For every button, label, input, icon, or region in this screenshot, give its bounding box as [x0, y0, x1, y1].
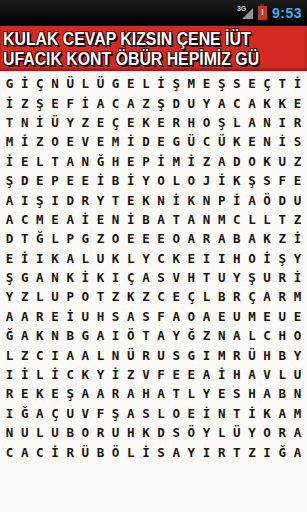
grid-cell-r13c11[interactable]: F — [153, 307, 168, 326]
grid-cell-r5c17[interactable]: O — [244, 152, 259, 171]
grid-cell-r13c10[interactable]: S — [138, 307, 153, 326]
grid-cell-r2c1[interactable]: İ — [2, 93, 17, 112]
grid-cell-r19c11[interactable]: D — [153, 423, 168, 442]
grid-cell-r13c18[interactable]: E — [260, 307, 275, 326]
grid-cell-r13c19[interactable]: U — [275, 307, 290, 326]
grid-cell-r20c10[interactable]: İ — [138, 442, 153, 461]
grid-cell-r8c2[interactable]: C — [17, 210, 32, 229]
grid-cell-r2c6[interactable]: İ — [78, 93, 93, 112]
grid-cell-r1c14[interactable]: E — [199, 74, 214, 93]
grid-cell-r10c12[interactable]: K — [169, 249, 184, 268]
grid-cell-r9c6[interactable]: G — [78, 229, 93, 248]
grid-cell-r10c2[interactable]: İ — [17, 249, 32, 268]
grid-cell-r11c2[interactable]: G — [17, 268, 32, 287]
grid-cell-r4c18[interactable]: N — [260, 132, 275, 151]
grid-cell-r14c19[interactable]: H — [275, 326, 290, 345]
grid-cell-r6c3[interactable]: E — [32, 171, 47, 190]
grid-cell-r8c6[interactable]: İ — [78, 210, 93, 229]
grid-cell-r20c12[interactable]: A — [169, 442, 184, 461]
grid-cell-r13c16[interactable]: U — [229, 307, 244, 326]
grid-cell-r1c16[interactable]: S — [229, 74, 244, 93]
grid-cell-r2c14[interactable]: Y — [199, 93, 214, 112]
grid-cell-r5c7[interactable]: Ğ — [93, 152, 108, 171]
grid-cell-r17c2[interactable]: E — [17, 384, 32, 403]
grid-cell-r19c15[interactable]: L — [214, 423, 229, 442]
grid-cell-r13c9[interactable]: A — [123, 307, 138, 326]
grid-cell-r18c12[interactable]: O — [169, 404, 184, 423]
grid-cell-r14c9[interactable]: Ö — [123, 326, 138, 345]
grid-cell-r12c16[interactable]: R — [229, 287, 244, 306]
grid-cell-r19c3[interactable]: L — [32, 423, 47, 442]
grid-cell-r10c14[interactable]: I — [199, 249, 214, 268]
grid-cell-r11c16[interactable]: Y — [229, 268, 244, 287]
grid-cell-r2c2[interactable]: Z — [17, 93, 32, 112]
grid-cell-r2c11[interactable]: Ş — [153, 93, 168, 112]
grid-cell-r6c1[interactable]: Ş — [2, 171, 17, 190]
grid-cell-r10c20[interactable]: Y — [290, 249, 305, 268]
grid-cell-r20c8[interactable]: Ö — [108, 442, 123, 461]
grid-cell-r12c15[interactable]: B — [214, 287, 229, 306]
grid-cell-r11c9[interactable]: Ç — [123, 268, 138, 287]
grid-cell-r1c6[interactable]: L — [78, 74, 93, 93]
grid-cell-r15c17[interactable]: Ü — [244, 345, 259, 364]
grid-cell-r12c18[interactable]: A — [260, 287, 275, 306]
grid-cell-r9c7[interactable]: Z — [93, 229, 108, 248]
grid-cell-r13c13[interactable]: O — [184, 307, 199, 326]
grid-cell-r6c17[interactable]: Ş — [244, 171, 259, 190]
grid-cell-r11c5[interactable]: K — [63, 268, 78, 287]
grid-cell-r13c6[interactable]: U — [78, 307, 93, 326]
grid-cell-r17c9[interactable]: A — [123, 384, 138, 403]
grid-cell-r10c6[interactable]: L — [78, 249, 93, 268]
grid-cell-r3c11[interactable]: E — [153, 113, 168, 132]
grid-cell-r13c12[interactable]: A — [169, 307, 184, 326]
grid-cell-r9c13[interactable]: A — [184, 229, 199, 248]
grid-cell-r3c15[interactable]: Ş — [214, 113, 229, 132]
grid-cell-r18c13[interactable]: E — [184, 404, 199, 423]
grid-cell-r3c10[interactable]: K — [138, 113, 153, 132]
grid-cell-r5c13[interactable]: İ — [184, 152, 199, 171]
grid-cell-r14c17[interactable]: L — [244, 326, 259, 345]
grid-cell-r12c13[interactable]: Ç — [184, 287, 199, 306]
grid-cell-r1c12[interactable]: Ş — [169, 74, 184, 93]
grid-cell-r9c11[interactable]: E — [153, 229, 168, 248]
grid-cell-r15c10[interactable]: R — [138, 345, 153, 364]
grid-cell-r7c9[interactable]: E — [123, 190, 138, 209]
grid-cell-r8c11[interactable]: A — [153, 210, 168, 229]
grid-cell-r9c10[interactable]: E — [138, 229, 153, 248]
grid-cell-r4c16[interactable]: K — [229, 132, 244, 151]
grid-cell-r2c19[interactable]: K — [275, 93, 290, 112]
grid-cell-r9c3[interactable]: Ğ — [32, 229, 47, 248]
grid-cell-r3c6[interactable]: Z — [78, 113, 93, 132]
grid-cell-r8c4[interactable]: E — [47, 210, 62, 229]
grid-cell-r8c9[interactable]: İ — [123, 210, 138, 229]
grid-cell-r7c1[interactable]: A — [2, 190, 17, 209]
grid-cell-r19c17[interactable]: Y — [244, 423, 259, 442]
grid-cell-r10c16[interactable]: H — [229, 249, 244, 268]
grid-cell-r1c8[interactable]: G — [108, 74, 123, 93]
grid-cell-r17c14[interactable]: Y — [199, 384, 214, 403]
grid-cell-r13c17[interactable]: M — [244, 307, 259, 326]
grid-cell-r2c20[interactable]: E — [290, 93, 305, 112]
grid-cell-r15c3[interactable]: C — [32, 345, 47, 364]
grid-cell-r17c20[interactable]: N — [290, 384, 305, 403]
grid-cell-r5c1[interactable]: İ — [2, 152, 17, 171]
grid-cell-r7c19[interactable]: D — [275, 190, 290, 209]
grid-cell-r6c20[interactable]: E — [290, 171, 305, 190]
grid-cell-r13c20[interactable]: E — [290, 307, 305, 326]
grid-cell-r1c4[interactable]: N — [47, 74, 62, 93]
grid-cell-r11c14[interactable]: T — [199, 268, 214, 287]
grid-cell-r17c7[interactable]: A — [93, 384, 108, 403]
grid-cell-r20c18[interactable]: I — [260, 442, 275, 461]
grid-cell-r8c17[interactable]: L — [244, 210, 259, 229]
grid-cell-r16c12[interactable]: E — [169, 365, 184, 384]
grid-cell-r20c19[interactable]: Ğ — [275, 442, 290, 461]
grid-cell-r18c10[interactable]: S — [138, 404, 153, 423]
grid-cell-r8c14[interactable]: N — [199, 210, 214, 229]
grid-cell-r18c16[interactable]: T — [229, 404, 244, 423]
grid-cell-r18c1[interactable]: I — [2, 404, 17, 423]
grid-cell-r17c12[interactable]: T — [169, 384, 184, 403]
grid-cell-r6c8[interactable]: B — [108, 171, 123, 190]
grid-cell-r18c3[interactable]: A — [32, 404, 47, 423]
grid-cell-r11c15[interactable]: U — [214, 268, 229, 287]
grid-cell-r19c14[interactable]: Y — [199, 423, 214, 442]
grid-cell-r11c19[interactable]: R — [275, 268, 290, 287]
grid-cell-r16c7[interactable]: Y — [93, 365, 108, 384]
grid-cell-r10c9[interactable]: L — [123, 249, 138, 268]
grid-cell-r16c6[interactable]: K — [78, 365, 93, 384]
grid-cell-r8c15[interactable]: M — [214, 210, 229, 229]
grid-cell-r16c5[interactable]: C — [63, 365, 78, 384]
grid-cell-r18c2[interactable]: Ğ — [17, 404, 32, 423]
grid-cell-r10c7[interactable]: U — [93, 249, 108, 268]
grid-cell-r7c4[interactable]: I — [47, 190, 62, 209]
grid-cell-r17c13[interactable]: L — [184, 384, 199, 403]
grid-cell-r14c11[interactable]: A — [153, 326, 168, 345]
grid-cell-r1c7[interactable]: Ü — [93, 74, 108, 93]
grid-cell-r5c12[interactable]: M — [169, 152, 184, 171]
grid-cell-r6c15[interactable]: İ — [214, 171, 229, 190]
grid-cell-r12c20[interactable]: M — [290, 287, 305, 306]
grid-cell-r20c4[interactable]: İ — [47, 442, 62, 461]
grid-cell-r19c18[interactable]: O — [260, 423, 275, 442]
grid-cell-r15c16[interactable]: R — [229, 345, 244, 364]
grid-cell-r4c15[interactable]: Ü — [214, 132, 229, 151]
grid-cell-r14c2[interactable]: A — [17, 326, 32, 345]
grid-cell-r7c6[interactable]: R — [78, 190, 93, 209]
grid-cell-r20c13[interactable]: Y — [184, 442, 199, 461]
grid-cell-r15c6[interactable]: A — [78, 345, 93, 364]
grid-cell-r19c19[interactable]: R — [275, 423, 290, 442]
grid-cell-r6c19[interactable]: F — [275, 171, 290, 190]
grid-cell-r15c1[interactable]: L — [2, 345, 17, 364]
grid-cell-r13c4[interactable]: E — [47, 307, 62, 326]
grid-cell-r2c13[interactable]: U — [184, 93, 199, 112]
grid-cell-r11c8[interactable]: I — [108, 268, 123, 287]
grid-cell-r17c5[interactable]: Ş — [63, 384, 78, 403]
grid-cell-r11c17[interactable]: Ş — [244, 268, 259, 287]
grid-cell-r12c12[interactable]: E — [169, 287, 184, 306]
grid-cell-r17c6[interactable]: A — [78, 384, 93, 403]
grid-cell-r4c3[interactable]: Z — [32, 132, 47, 151]
grid-cell-r1c17[interactable]: E — [244, 74, 259, 93]
grid-cell-r3c16[interactable]: L — [229, 113, 244, 132]
grid-cell-r16c13[interactable]: E — [184, 365, 199, 384]
grid-cell-r12c9[interactable]: K — [123, 287, 138, 306]
grid-cell-r6c14[interactable]: J — [199, 171, 214, 190]
grid-cell-r15c2[interactable]: Z — [17, 345, 32, 364]
grid-cell-r17c8[interactable]: R — [108, 384, 123, 403]
grid-cell-r8c3[interactable]: M — [32, 210, 47, 229]
grid-cell-r12c8[interactable]: Z — [108, 287, 123, 306]
grid-cell-r7c10[interactable]: K — [138, 190, 153, 209]
grid-cell-r15c12[interactable]: S — [169, 345, 184, 364]
grid-cell-r17c16[interactable]: S — [229, 384, 244, 403]
grid-cell-r14c3[interactable]: K — [32, 326, 47, 345]
grid-cell-r2c12[interactable]: D — [169, 93, 184, 112]
grid-cell-r7c18[interactable]: Ö — [260, 190, 275, 209]
grid-cell-r17c3[interactable]: K — [32, 384, 47, 403]
grid-cell-r5c6[interactable]: N — [78, 152, 93, 171]
grid-cell-r19c6[interactable]: O — [78, 423, 93, 442]
grid-cell-r16c17[interactable]: A — [244, 365, 259, 384]
grid-cell-r7c8[interactable]: T — [108, 190, 123, 209]
grid-cell-r18c15[interactable]: N — [214, 404, 229, 423]
grid-cell-r11c4[interactable]: N — [47, 268, 62, 287]
grid-cell-r18c20[interactable]: M — [290, 404, 305, 423]
grid-cell-r8c8[interactable]: N — [108, 210, 123, 229]
grid-cell-r20c20[interactable]: A — [290, 442, 305, 461]
grid-cell-r4c6[interactable]: V — [78, 132, 93, 151]
grid-cell-r7c12[interactable]: İ — [169, 190, 184, 209]
grid-cell-r6c9[interactable]: İ — [123, 171, 138, 190]
grid-cell-r19c5[interactable]: B — [63, 423, 78, 442]
grid-cell-r5c9[interactable]: E — [123, 152, 138, 171]
grid-cell-r16c14[interactable]: A — [199, 365, 214, 384]
grid-cell-r11c7[interactable]: K — [93, 268, 108, 287]
grid-cell-r19c12[interactable]: S — [169, 423, 184, 442]
grid-cell-r13c14[interactable]: A — [199, 307, 214, 326]
grid-cell-r19c16[interactable]: Ü — [229, 423, 244, 442]
grid-cell-r12c5[interactable]: P — [63, 287, 78, 306]
grid-cell-r3c8[interactable]: Ç — [108, 113, 123, 132]
grid-cell-r12c7[interactable]: T — [93, 287, 108, 306]
grid-cell-r18c17[interactable]: İ — [244, 404, 259, 423]
grid-cell-r1c3[interactable]: Ç — [32, 74, 47, 93]
grid-cell-r20c14[interactable]: I — [199, 442, 214, 461]
grid-cell-r18c6[interactable]: V — [78, 404, 93, 423]
grid-cell-r9c9[interactable]: E — [123, 229, 138, 248]
grid-cell-r5c5[interactable]: A — [63, 152, 78, 171]
grid-cell-r10c8[interactable]: K — [108, 249, 123, 268]
grid-cell-r9c15[interactable]: A — [214, 229, 229, 248]
grid-cell-r1c18[interactable]: Ç — [260, 74, 275, 93]
grid-cell-r8c20[interactable]: Z — [290, 210, 305, 229]
grid-cell-r7c7[interactable]: Y — [93, 190, 108, 209]
grid-cell-r10c13[interactable]: E — [184, 249, 199, 268]
grid-cell-r12c14[interactable]: L — [199, 287, 214, 306]
grid-cell-r16c20[interactable]: U — [290, 365, 305, 384]
grid-cell-r2c16[interactable]: C — [229, 93, 244, 112]
grid-cell-r4c11[interactable]: E — [153, 132, 168, 151]
grid-cell-r20c2[interactable]: A — [17, 442, 32, 461]
grid-cell-r5c11[interactable]: İ — [153, 152, 168, 171]
grid-cell-r15c5[interactable]: A — [63, 345, 78, 364]
grid-cell-r4c20[interactable]: S — [290, 132, 305, 151]
grid-cell-r1c11[interactable]: İ — [153, 74, 168, 93]
grid-cell-r19c10[interactable]: K — [138, 423, 153, 442]
grid-cell-r6c12[interactable]: L — [169, 171, 184, 190]
grid-cell-r15c11[interactable]: U — [153, 345, 168, 364]
grid-cell-r5c10[interactable]: P — [138, 152, 153, 171]
grid-cell-r17c11[interactable]: A — [153, 384, 168, 403]
grid-cell-r14c4[interactable]: N — [47, 326, 62, 345]
grid-cell-r6c10[interactable]: Y — [138, 171, 153, 190]
grid-cell-r8c7[interactable]: E — [93, 210, 108, 229]
letter-grid[interactable]: GİÇNÜLÜGELİŞMEŞSEÇTİİZŞEFİACAZŞDUYACAKKE… — [0, 71, 307, 465]
grid-cell-r9c18[interactable]: K — [260, 229, 275, 248]
grid-cell-r9c2[interactable]: T — [17, 229, 32, 248]
grid-cell-r16c1[interactable]: I — [2, 365, 17, 384]
grid-cell-r6c16[interactable]: K — [229, 171, 244, 190]
grid-cell-r14c20[interactable]: O — [290, 326, 305, 345]
grid-cell-r15c4[interactable]: I — [47, 345, 62, 364]
grid-cell-r3c4[interactable]: Ü — [47, 113, 62, 132]
grid-cell-r14c14[interactable]: Z — [199, 326, 214, 345]
grid-cell-r3c2[interactable]: N — [17, 113, 32, 132]
grid-cell-r18c11[interactable]: L — [153, 404, 168, 423]
grid-cell-r2c3[interactable]: Ş — [32, 93, 47, 112]
grid-cell-r2c10[interactable]: Z — [138, 93, 153, 112]
grid-cell-r14c12[interactable]: Y — [169, 326, 184, 345]
grid-cell-r9c8[interactable]: O — [108, 229, 123, 248]
grid-cell-r13c7[interactable]: H — [93, 307, 108, 326]
grid-cell-r16c15[interactable]: İ — [214, 365, 229, 384]
grid-cell-r4c10[interactable]: D — [138, 132, 153, 151]
grid-cell-r7c17[interactable]: A — [244, 190, 259, 209]
grid-cell-r14c13[interactable]: Ğ — [184, 326, 199, 345]
grid-cell-r4c17[interactable]: E — [244, 132, 259, 151]
grid-cell-r6c7[interactable]: İ — [93, 171, 108, 190]
grid-cell-r16c11[interactable]: F — [153, 365, 168, 384]
grid-cell-r19c4[interactable]: U — [47, 423, 62, 442]
grid-cell-r20c6[interactable]: Ü — [78, 442, 93, 461]
grid-cell-r16c9[interactable]: Z — [123, 365, 138, 384]
grid-cell-r16c3[interactable]: L — [32, 365, 47, 384]
grid-cell-r3c5[interactable]: Y — [63, 113, 78, 132]
grid-cell-r3c1[interactable]: T — [2, 113, 17, 132]
grid-cell-r10c11[interactable]: C — [153, 249, 168, 268]
grid-cell-r11c20[interactable]: İ — [290, 268, 305, 287]
grid-cell-r13c1[interactable]: A — [2, 307, 17, 326]
grid-cell-r14c10[interactable]: T — [138, 326, 153, 345]
grid-cell-r14c15[interactable]: N — [214, 326, 229, 345]
grid-cell-r5c14[interactable]: Z — [199, 152, 214, 171]
grid-cell-r15c8[interactable]: N — [108, 345, 123, 364]
grid-cell-r3c12[interactable]: R — [169, 113, 184, 132]
grid-cell-r17c19[interactable]: B — [275, 384, 290, 403]
grid-cell-r7c15[interactable]: P — [214, 190, 229, 209]
grid-cell-r18c4[interactable]: Ç — [47, 404, 62, 423]
grid-cell-r14c16[interactable]: A — [229, 326, 244, 345]
grid-cell-r12c19[interactable]: R — [275, 287, 290, 306]
grid-cell-r3c3[interactable]: İ — [32, 113, 47, 132]
grid-cell-r8c13[interactable]: A — [184, 210, 199, 229]
grid-cell-r4c7[interactable]: E — [93, 132, 108, 151]
grid-cell-r15c13[interactable]: G — [184, 345, 199, 364]
grid-cell-r20c9[interactable]: L — [123, 442, 138, 461]
grid-cell-r3c17[interactable]: A — [244, 113, 259, 132]
grid-cell-r4c19[interactable]: İ — [275, 132, 290, 151]
grid-cell-r17c1[interactable]: R — [2, 384, 17, 403]
grid-cell-r18c8[interactable]: Ş — [108, 404, 123, 423]
grid-cell-r19c1[interactable]: N — [2, 423, 17, 442]
grid-cell-r15c14[interactable]: I — [199, 345, 214, 364]
grid-cell-r15c20[interactable]: Y — [290, 345, 305, 364]
grid-cell-r15c9[interactable]: Ü — [123, 345, 138, 364]
grid-cell-r7c16[interactable]: İ — [229, 190, 244, 209]
grid-cell-r2c5[interactable]: F — [63, 93, 78, 112]
grid-cell-r4c9[interactable]: İ — [123, 132, 138, 151]
grid-cell-r9c12[interactable]: O — [169, 229, 184, 248]
grid-cell-r18c19[interactable]: A — [275, 404, 290, 423]
grid-cell-r9c19[interactable]: Z — [275, 229, 290, 248]
grid-cell-r8c1[interactable]: A — [2, 210, 17, 229]
grid-cell-r18c5[interactable]: U — [63, 404, 78, 423]
grid-cell-r2c9[interactable]: A — [123, 93, 138, 112]
grid-cell-r5c19[interactable]: U — [275, 152, 290, 171]
grid-cell-r11c18[interactable]: U — [260, 268, 275, 287]
grid-cell-r15c18[interactable]: H — [260, 345, 275, 364]
grid-cell-r5c20[interactable]: Z — [290, 152, 305, 171]
grid-cell-r9c20[interactable]: İ — [290, 229, 305, 248]
grid-cell-r12c10[interactable]: Z — [138, 287, 153, 306]
grid-cell-r1c13[interactable]: M — [184, 74, 199, 93]
grid-cell-r11c10[interactable]: A — [138, 268, 153, 287]
grid-cell-r11c13[interactable]: H — [184, 268, 199, 287]
grid-cell-r4c13[interactable]: Ü — [184, 132, 199, 151]
grid-cell-r12c17[interactable]: Ç — [244, 287, 259, 306]
grid-cell-r2c4[interactable]: E — [47, 93, 62, 112]
grid-cell-r3c20[interactable]: R — [290, 113, 305, 132]
grid-cell-r18c7[interactable]: F — [93, 404, 108, 423]
grid-cell-r15c7[interactable]: L — [93, 345, 108, 364]
grid-cell-r2c17[interactable]: A — [244, 93, 259, 112]
grid-cell-r1c1[interactable]: G — [2, 74, 17, 93]
grid-cell-r11c12[interactable]: V — [169, 268, 184, 287]
grid-cell-r17c18[interactable]: A — [260, 384, 275, 403]
grid-cell-r15c19[interactable]: B — [275, 345, 290, 364]
grid-cell-r7c2[interactable]: I — [17, 190, 32, 209]
grid-cell-r1c20[interactable]: İ — [290, 74, 305, 93]
grid-cell-r3c18[interactable]: N — [260, 113, 275, 132]
grid-cell-r3c14[interactable]: O — [199, 113, 214, 132]
grid-cell-r6c11[interactable]: O — [153, 171, 168, 190]
grid-cell-r9c1[interactable]: D — [2, 229, 17, 248]
grid-cell-r19c2[interactable]: U — [17, 423, 32, 442]
grid-cell-r12c3[interactable]: L — [32, 287, 47, 306]
grid-cell-r20c16[interactable]: T — [229, 442, 244, 461]
grid-cell-r8c16[interactable]: C — [229, 210, 244, 229]
grid-cell-r11c1[interactable]: Ş — [2, 268, 17, 287]
grid-cell-r18c18[interactable]: K — [260, 404, 275, 423]
grid-cell-r9c16[interactable]: B — [229, 229, 244, 248]
grid-cell-r20c1[interactable]: C — [2, 442, 17, 461]
grid-cell-r16c18[interactable]: V — [260, 365, 275, 384]
